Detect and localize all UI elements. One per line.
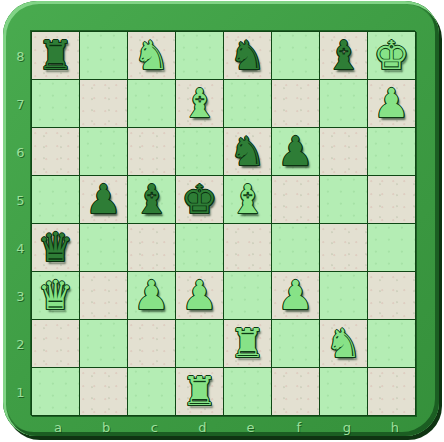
light-knight[interactable]: ♞ (134, 35, 170, 75)
square-a8[interactable]: ♜ (32, 32, 79, 79)
light-knight[interactable]: ♞ (326, 323, 362, 363)
square-e7[interactable] (224, 80, 271, 127)
square-c3[interactable]: ♟ (128, 272, 175, 319)
light-pawn[interactable]: ♟ (134, 275, 170, 315)
square-b2[interactable] (80, 320, 127, 367)
square-g8[interactable]: ♝ (320, 32, 367, 79)
square-a3[interactable]: ♛ (32, 272, 79, 319)
chess-board: ♜♞♞♝♚♝♟♞♟♟♝♚♝♛♛♟♟♟♜♞♜ (31, 31, 416, 416)
square-h4[interactable] (368, 224, 415, 271)
rank-labels: 87654321 (8, 32, 33, 417)
chess-app-window: 87654321 abcdefgh ♜♞♞♝♚♝♟♞♟♟♝♚♝♛♛♟♟♟♜♞♜ (0, 0, 444, 442)
square-e4[interactable] (224, 224, 271, 271)
square-f3[interactable]: ♟ (272, 272, 319, 319)
square-c2[interactable] (128, 320, 175, 367)
square-e3[interactable] (224, 272, 271, 319)
file-label-g: g (323, 417, 371, 438)
square-d1[interactable]: ♜ (176, 368, 223, 415)
square-a1[interactable] (32, 368, 79, 415)
square-e8[interactable]: ♞ (224, 32, 271, 79)
light-pawn[interactable]: ♟ (182, 275, 218, 315)
square-f8[interactable] (272, 32, 319, 79)
square-g3[interactable] (320, 272, 367, 319)
square-f4[interactable] (272, 224, 319, 271)
square-e1[interactable] (224, 368, 271, 415)
file-label-f: f (275, 417, 323, 438)
file-label-h: h (371, 417, 419, 438)
square-d7[interactable]: ♝ (176, 80, 223, 127)
square-h3[interactable] (368, 272, 415, 319)
square-a5[interactable] (32, 176, 79, 223)
file-label-b: b (82, 417, 130, 438)
square-h8[interactable]: ♚ (368, 32, 415, 79)
file-labels: abcdefgh (34, 417, 419, 438)
square-g1[interactable] (320, 368, 367, 415)
light-queen[interactable]: ♛ (38, 275, 74, 315)
rank-label-6: 6 (8, 128, 33, 176)
square-d4[interactable] (176, 224, 223, 271)
dark-queen[interactable]: ♛ (38, 227, 74, 267)
square-a4[interactable]: ♛ (32, 224, 79, 271)
file-label-a: a (34, 417, 82, 438)
light-bishop[interactable]: ♝ (230, 179, 266, 219)
square-g5[interactable] (320, 176, 367, 223)
light-king[interactable]: ♚ (374, 35, 410, 75)
rank-label-2: 2 (8, 321, 33, 369)
square-a6[interactable] (32, 128, 79, 175)
square-c5[interactable]: ♝ (128, 176, 175, 223)
square-d2[interactable] (176, 320, 223, 367)
dark-pawn[interactable]: ♟ (86, 179, 122, 219)
square-d5[interactable]: ♚ (176, 176, 223, 223)
square-c1[interactable] (128, 368, 175, 415)
rank-label-1: 1 (8, 369, 33, 417)
dark-rook[interactable]: ♜ (38, 35, 74, 75)
square-b1[interactable] (80, 368, 127, 415)
square-d8[interactable] (176, 32, 223, 79)
rank-label-7: 7 (8, 80, 33, 128)
square-h2[interactable] (368, 320, 415, 367)
rank-label-8: 8 (8, 32, 33, 80)
square-b8[interactable] (80, 32, 127, 79)
square-b4[interactable] (80, 224, 127, 271)
file-label-e: e (227, 417, 275, 438)
dark-knight[interactable]: ♞ (230, 35, 266, 75)
square-c8[interactable]: ♞ (128, 32, 175, 79)
square-e2[interactable]: ♜ (224, 320, 271, 367)
dark-knight[interactable]: ♞ (230, 131, 266, 171)
file-label-d: d (178, 417, 226, 438)
light-rook[interactable]: ♜ (230, 323, 266, 363)
dark-king[interactable]: ♚ (182, 179, 218, 219)
square-f7[interactable] (272, 80, 319, 127)
rank-label-5: 5 (8, 176, 33, 224)
square-g6[interactable] (320, 128, 367, 175)
dark-pawn[interactable]: ♟ (278, 131, 314, 171)
square-b6[interactable] (80, 128, 127, 175)
dark-bishop[interactable]: ♝ (326, 35, 362, 75)
light-pawn[interactable]: ♟ (374, 83, 410, 123)
square-b7[interactable] (80, 80, 127, 127)
square-b3[interactable] (80, 272, 127, 319)
square-g2[interactable]: ♞ (320, 320, 367, 367)
square-f5[interactable] (272, 176, 319, 223)
light-rook[interactable]: ♜ (182, 371, 218, 411)
square-c6[interactable] (128, 128, 175, 175)
square-h6[interactable] (368, 128, 415, 175)
dark-bishop[interactable]: ♝ (134, 179, 170, 219)
square-a7[interactable] (32, 80, 79, 127)
square-c7[interactable] (128, 80, 175, 127)
square-d3[interactable]: ♟ (176, 272, 223, 319)
square-h7[interactable]: ♟ (368, 80, 415, 127)
square-h1[interactable] (368, 368, 415, 415)
square-f6[interactable]: ♟ (272, 128, 319, 175)
square-f2[interactable] (272, 320, 319, 367)
square-c4[interactable] (128, 224, 175, 271)
rank-label-3: 3 (8, 273, 33, 321)
light-pawn[interactable]: ♟ (278, 275, 314, 315)
square-a2[interactable] (32, 320, 79, 367)
square-g7[interactable] (320, 80, 367, 127)
square-g4[interactable] (320, 224, 367, 271)
light-bishop[interactable]: ♝ (182, 83, 218, 123)
square-e6[interactable]: ♞ (224, 128, 271, 175)
square-h5[interactable] (368, 176, 415, 223)
square-b5[interactable]: ♟ (80, 176, 127, 223)
square-d6[interactable] (176, 128, 223, 175)
rank-label-4: 4 (8, 225, 33, 273)
square-e5[interactable]: ♝ (224, 176, 271, 223)
square-f1[interactable] (272, 368, 319, 415)
file-label-c: c (130, 417, 178, 438)
